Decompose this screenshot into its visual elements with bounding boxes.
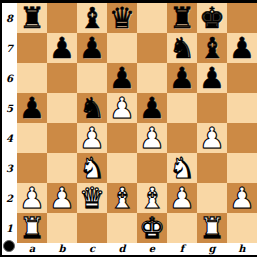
file-label-b: b [47, 243, 77, 255]
rank-label-5: 5 [2, 93, 17, 123]
piece-black-pawn[interactable]: ♟ [19, 94, 45, 123]
square-h3[interactable] [227, 153, 257, 183]
square-b3[interactable] [47, 153, 77, 183]
piece-white-pawn[interactable]: ♟ [109, 94, 135, 123]
square-f6[interactable]: ♟ [167, 63, 197, 93]
square-h8[interactable] [227, 3, 257, 33]
square-g3[interactable] [197, 153, 227, 183]
square-d7[interactable] [107, 33, 137, 63]
piece-black-knight[interactable]: ♞ [169, 34, 195, 63]
piece-black-bishop[interactable]: ♝ [79, 4, 105, 33]
square-d2[interactable]: ♝ [107, 183, 137, 213]
piece-white-pawn[interactable]: ♟ [19, 184, 45, 213]
rank-label-8: 8 [2, 3, 17, 33]
square-f3[interactable]: ♞ [167, 153, 197, 183]
rank-label-1: 1 [2, 213, 17, 243]
square-c3[interactable]: ♞ [77, 153, 107, 183]
square-c6[interactable] [77, 63, 107, 93]
square-d8[interactable]: ♛ [107, 3, 137, 33]
square-f7[interactable]: ♞ [167, 33, 197, 63]
piece-white-pawn[interactable]: ♟ [79, 124, 105, 153]
piece-black-bishop[interactable]: ♝ [199, 34, 225, 63]
square-d5[interactable]: ♟ [107, 93, 137, 123]
piece-white-rook[interactable]: ♜ [19, 214, 45, 243]
square-g4[interactable]: ♟ [197, 123, 227, 153]
square-e7[interactable] [137, 33, 167, 63]
square-c2[interactable]: ♛ [77, 183, 107, 213]
piece-black-pawn[interactable]: ♟ [109, 64, 135, 93]
piece-white-knight[interactable]: ♞ [79, 154, 105, 183]
black-to-move-indicator [3, 240, 15, 252]
square-f1[interactable] [167, 213, 197, 243]
square-e8[interactable] [137, 3, 167, 33]
square-b6[interactable] [47, 63, 77, 93]
rank-label-3: 3 [2, 153, 17, 183]
square-d1[interactable] [107, 213, 137, 243]
square-g5[interactable] [197, 93, 227, 123]
piece-white-bishop[interactable]: ♝ [109, 184, 135, 213]
piece-black-rook[interactable]: ♜ [19, 4, 45, 33]
square-h2[interactable]: ♟ [227, 183, 257, 213]
square-h6[interactable] [227, 63, 257, 93]
rank-label-7: 7 [2, 33, 17, 63]
piece-black-pawn[interactable]: ♟ [169, 64, 195, 93]
piece-black-pawn[interactable]: ♟ [229, 34, 255, 63]
square-a6[interactable] [17, 63, 47, 93]
square-g6[interactable]: ♟ [197, 63, 227, 93]
piece-white-king[interactable]: ♚ [139, 214, 165, 243]
square-g1[interactable]: ♜ [197, 213, 227, 243]
file-label-f: f [167, 243, 197, 255]
file-label-e: e [137, 243, 167, 255]
square-g2[interactable] [197, 183, 227, 213]
square-h5[interactable] [227, 93, 257, 123]
file-label-a: a [17, 243, 47, 255]
square-c4[interactable]: ♟ [77, 123, 107, 153]
square-f8[interactable]: ♜ [167, 3, 197, 33]
piece-white-rook[interactable]: ♜ [199, 214, 225, 243]
square-b5[interactable] [47, 93, 77, 123]
square-e6[interactable] [137, 63, 167, 93]
piece-black-pawn[interactable]: ♟ [139, 94, 165, 123]
piece-white-pawn[interactable]: ♟ [49, 184, 75, 213]
piece-black-pawn[interactable]: ♟ [49, 34, 75, 63]
square-c8[interactable]: ♝ [77, 3, 107, 33]
piece-black-queen[interactable]: ♛ [109, 4, 135, 33]
rank-coordinates: 87654321 [2, 3, 17, 243]
square-b8[interactable] [47, 3, 77, 33]
rank-label-6: 6 [2, 63, 17, 93]
piece-black-pawn[interactable]: ♟ [199, 64, 225, 93]
square-a5[interactable]: ♟ [17, 93, 47, 123]
file-label-h: h [227, 243, 257, 255]
piece-white-bishop[interactable]: ♝ [139, 184, 165, 213]
rank-label-2: 2 [2, 183, 17, 213]
piece-black-knight[interactable]: ♞ [79, 94, 105, 123]
file-label-d: d [107, 243, 137, 255]
square-f2[interactable]: ♟ [167, 183, 197, 213]
piece-white-pawn[interactable]: ♟ [229, 184, 255, 213]
square-a1[interactable]: ♜ [17, 213, 47, 243]
square-d3[interactable] [107, 153, 137, 183]
chess-diagram: 87654321 ♜♝♛♜♚♟♟♞♝♟♟♟♟♟♞♟♟♟♟♟♞♞♟♟♛♝♝♟♟♜♚… [0, 0, 257, 257]
square-e5[interactable]: ♟ [137, 93, 167, 123]
piece-white-queen[interactable]: ♛ [79, 184, 105, 213]
rank-label-4: 4 [2, 123, 17, 153]
square-a4[interactable] [17, 123, 47, 153]
piece-white-pawn[interactable]: ♟ [199, 124, 225, 153]
square-b7[interactable]: ♟ [47, 33, 77, 63]
square-c1[interactable] [77, 213, 107, 243]
piece-black-pawn[interactable]: ♟ [79, 34, 105, 63]
piece-white-knight[interactable]: ♞ [169, 154, 195, 183]
square-e1[interactable]: ♚ [137, 213, 167, 243]
square-b1[interactable] [47, 213, 77, 243]
file-coordinates: abcdefgh [17, 243, 257, 255]
square-g7[interactable]: ♝ [197, 33, 227, 63]
square-d4[interactable] [107, 123, 137, 153]
square-e2[interactable]: ♝ [137, 183, 167, 213]
square-a8[interactable]: ♜ [17, 3, 47, 33]
piece-white-pawn[interactable]: ♟ [169, 184, 195, 213]
board-area: 87654321 ♜♝♛♜♚♟♟♞♝♟♟♟♟♟♞♟♟♟♟♟♞♞♟♟♛♝♝♟♟♜♚… [2, 3, 257, 255]
square-d6[interactable]: ♟ [107, 63, 137, 93]
square-b2[interactable]: ♟ [47, 183, 77, 213]
piece-white-pawn[interactable]: ♟ [139, 124, 165, 153]
square-h4[interactable] [227, 123, 257, 153]
file-label-g: g [197, 243, 227, 255]
square-e3[interactable] [137, 153, 167, 183]
square-a7[interactable] [17, 33, 47, 63]
square-g8[interactable]: ♚ [197, 3, 227, 33]
square-b4[interactable] [47, 123, 77, 153]
square-h1[interactable] [227, 213, 257, 243]
square-a3[interactable] [17, 153, 47, 183]
piece-black-king[interactable]: ♚ [199, 4, 225, 33]
chess-board: ♜♝♛♜♚♟♟♞♝♟♟♟♟♟♞♟♟♟♟♟♞♞♟♟♛♝♝♟♟♜♚♜ [17, 3, 257, 243]
square-c5[interactable]: ♞ [77, 93, 107, 123]
square-h7[interactable]: ♟ [227, 33, 257, 63]
file-label-c: c [77, 243, 107, 255]
square-a2[interactable]: ♟ [17, 183, 47, 213]
square-f5[interactable] [167, 93, 197, 123]
square-e4[interactable]: ♟ [137, 123, 167, 153]
square-c7[interactable]: ♟ [77, 33, 107, 63]
piece-black-rook[interactable]: ♜ [169, 4, 195, 33]
square-f4[interactable] [167, 123, 197, 153]
